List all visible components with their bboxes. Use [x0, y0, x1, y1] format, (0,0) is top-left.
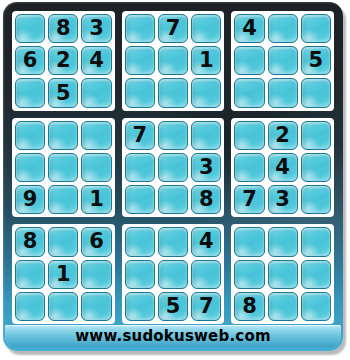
- cell-r5c7[interactable]: [234, 153, 264, 182]
- box-3: 45: [231, 11, 334, 111]
- cell-r2c9[interactable]: 5: [301, 46, 331, 75]
- box-6: 2473: [231, 118, 334, 218]
- cell-r5c1[interactable]: [15, 153, 45, 182]
- cell-r7c7[interactable]: [234, 227, 264, 256]
- site-url: www.sudokusweb.com: [75, 327, 270, 345]
- cell-r8c7[interactable]: [234, 260, 264, 289]
- box-4: 91: [12, 118, 115, 218]
- cell-r3c4[interactable]: [125, 78, 155, 107]
- cell-r7c2[interactable]: [48, 227, 78, 256]
- cell-r8c1[interactable]: [15, 260, 45, 289]
- cell-r2c3[interactable]: 4: [81, 46, 111, 75]
- cell-r6c5[interactable]: [158, 185, 188, 214]
- cell-r1c6[interactable]: [191, 14, 221, 43]
- cell-r8c6[interactable]: [191, 260, 221, 289]
- sudoku-board: 83624571459173824738614578: [12, 11, 334, 324]
- cell-r4c4[interactable]: 7: [125, 121, 155, 150]
- cell-r9c2[interactable]: [48, 292, 78, 321]
- cell-r8c2[interactable]: 1: [48, 260, 78, 289]
- cell-r9c1[interactable]: [15, 292, 45, 321]
- cell-r4c6[interactable]: [191, 121, 221, 150]
- cell-r5c2[interactable]: [48, 153, 78, 182]
- cell-r1c2[interactable]: 8: [48, 14, 78, 43]
- cell-r9c5[interactable]: 5: [158, 292, 188, 321]
- cell-r4c3[interactable]: [81, 121, 111, 150]
- cell-r1c3[interactable]: 3: [81, 14, 111, 43]
- cell-r5c6[interactable]: 3: [191, 153, 221, 182]
- cell-r2c2[interactable]: 2: [48, 46, 78, 75]
- cell-r6c9[interactable]: [301, 185, 331, 214]
- cell-r9c8[interactable]: [268, 292, 298, 321]
- cell-r7c1[interactable]: 8: [15, 227, 45, 256]
- cell-r8c9[interactable]: [301, 260, 331, 289]
- cell-r2c4[interactable]: [125, 46, 155, 75]
- box-8: 457: [122, 224, 225, 324]
- cell-r9c4[interactable]: [125, 292, 155, 321]
- cell-r3c1[interactable]: [15, 78, 45, 107]
- cell-r2c1[interactable]: 6: [15, 46, 45, 75]
- cell-r8c4[interactable]: [125, 260, 155, 289]
- cell-r4c1[interactable]: [15, 121, 45, 150]
- box-2: 71: [122, 11, 225, 111]
- cell-r3c7[interactable]: [234, 78, 264, 107]
- cell-r5c5[interactable]: [158, 153, 188, 182]
- cell-r6c2[interactable]: [48, 185, 78, 214]
- cell-r9c3[interactable]: [81, 292, 111, 321]
- cell-r6c4[interactable]: [125, 185, 155, 214]
- cell-r4c8[interactable]: 2: [268, 121, 298, 150]
- cell-r5c9[interactable]: [301, 153, 331, 182]
- cell-r4c9[interactable]: [301, 121, 331, 150]
- cell-r1c9[interactable]: [301, 14, 331, 43]
- cell-r7c9[interactable]: [301, 227, 331, 256]
- cell-r8c3[interactable]: [81, 260, 111, 289]
- cell-r1c1[interactable]: [15, 14, 45, 43]
- cell-r8c8[interactable]: [268, 260, 298, 289]
- cell-r2c7[interactable]: [234, 46, 264, 75]
- cell-r5c3[interactable]: [81, 153, 111, 182]
- cell-r7c6[interactable]: 4: [191, 227, 221, 256]
- box-7: 861: [12, 224, 115, 324]
- cell-r5c4[interactable]: [125, 153, 155, 182]
- cell-r2c8[interactable]: [268, 46, 298, 75]
- box-9: 8: [231, 224, 334, 324]
- cell-r7c8[interactable]: [268, 227, 298, 256]
- cell-r3c5[interactable]: [158, 78, 188, 107]
- cell-r2c6[interactable]: 1: [191, 46, 221, 75]
- cell-r6c1[interactable]: 9: [15, 185, 45, 214]
- cell-r6c7[interactable]: 7: [234, 185, 264, 214]
- cell-r1c7[interactable]: 4: [234, 14, 264, 43]
- cell-r1c5[interactable]: 7: [158, 14, 188, 43]
- box-5: 738: [122, 118, 225, 218]
- cell-r7c3[interactable]: 6: [81, 227, 111, 256]
- cell-r9c9[interactable]: [301, 292, 331, 321]
- board-plaque: 83624571459173824738614578 www.sudokuswe…: [3, 2, 343, 351]
- cell-r9c7[interactable]: 8: [234, 292, 264, 321]
- cell-r5c8[interactable]: 4: [268, 153, 298, 182]
- cell-r9c6[interactable]: 7: [191, 292, 221, 321]
- cell-r3c3[interactable]: [81, 78, 111, 107]
- cell-r2c5[interactable]: [158, 46, 188, 75]
- cell-r3c9[interactable]: [301, 78, 331, 107]
- cell-r6c8[interactable]: 3: [268, 185, 298, 214]
- cell-r1c4[interactable]: [125, 14, 155, 43]
- cell-r7c5[interactable]: [158, 227, 188, 256]
- sudoku-widget: 83624571459173824738614578 www.sudokuswe…: [0, 0, 350, 360]
- cell-r6c6[interactable]: 8: [191, 185, 221, 214]
- box-1: 836245: [12, 11, 115, 111]
- cell-r3c2[interactable]: 5: [48, 78, 78, 107]
- cell-r4c7[interactable]: [234, 121, 264, 150]
- cell-r7c4[interactable]: [125, 227, 155, 256]
- cell-r8c5[interactable]: [158, 260, 188, 289]
- cell-r3c6[interactable]: [191, 78, 221, 107]
- cell-r6c3[interactable]: 1: [81, 185, 111, 214]
- footer-band: www.sudokusweb.com: [5, 325, 341, 347]
- cell-r1c8[interactable]: [268, 14, 298, 43]
- cell-r3c8[interactable]: [268, 78, 298, 107]
- cell-r4c5[interactable]: [158, 121, 188, 150]
- cell-r4c2[interactable]: [48, 121, 78, 150]
